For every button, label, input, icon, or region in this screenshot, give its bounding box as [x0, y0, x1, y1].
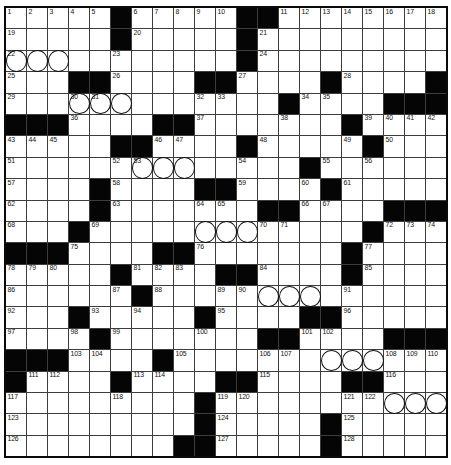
- cell[interactable]: [321, 265, 341, 285]
- cell[interactable]: [90, 243, 110, 263]
- cell[interactable]: [363, 307, 383, 327]
- cell[interactable]: [279, 393, 299, 413]
- cell[interactable]: 1: [6, 8, 26, 28]
- cell[interactable]: [363, 350, 383, 370]
- cell[interactable]: [153, 307, 173, 327]
- cell[interactable]: 90: [237, 286, 257, 306]
- cell[interactable]: 44: [27, 136, 47, 156]
- cell[interactable]: 117: [6, 393, 26, 413]
- cell[interactable]: 72: [384, 222, 404, 242]
- cell[interactable]: [90, 436, 110, 456]
- cell[interactable]: 85: [363, 265, 383, 285]
- cell[interactable]: 48: [258, 136, 278, 156]
- cell[interactable]: 94: [132, 307, 152, 327]
- cell[interactable]: 53: [132, 158, 152, 178]
- cell[interactable]: [27, 222, 47, 242]
- cell[interactable]: [216, 29, 236, 49]
- cell[interactable]: 119: [216, 393, 236, 413]
- cell[interactable]: 97: [6, 329, 26, 349]
- cell[interactable]: 43: [6, 136, 26, 156]
- cell[interactable]: [174, 414, 194, 434]
- cell[interactable]: [48, 29, 68, 49]
- cell[interactable]: [300, 393, 320, 413]
- cell[interactable]: 22: [6, 51, 26, 71]
- cell[interactable]: 123: [6, 414, 26, 434]
- cell[interactable]: [363, 179, 383, 199]
- cell[interactable]: [90, 51, 110, 71]
- cell[interactable]: [174, 222, 194, 242]
- cell[interactable]: [384, 72, 404, 92]
- cell[interactable]: 78: [6, 265, 26, 285]
- cell[interactable]: [48, 222, 68, 242]
- cell[interactable]: [363, 94, 383, 114]
- cell[interactable]: [342, 329, 362, 349]
- cell[interactable]: [384, 414, 404, 434]
- cell[interactable]: [216, 136, 236, 156]
- cell[interactable]: [195, 350, 215, 370]
- cell[interactable]: [321, 222, 341, 242]
- cell[interactable]: 8: [174, 8, 194, 28]
- cell[interactable]: [237, 201, 257, 221]
- cell[interactable]: 45: [48, 136, 68, 156]
- cell[interactable]: [426, 307, 446, 327]
- cell[interactable]: [405, 29, 425, 49]
- cell[interactable]: [48, 329, 68, 349]
- cell[interactable]: [90, 372, 110, 392]
- cell[interactable]: 64: [195, 201, 215, 221]
- cell[interactable]: 83: [174, 265, 194, 285]
- cell[interactable]: [111, 94, 131, 114]
- cell[interactable]: [300, 414, 320, 434]
- cell[interactable]: [174, 51, 194, 71]
- cell[interactable]: 46: [153, 136, 173, 156]
- cell[interactable]: [426, 158, 446, 178]
- cell[interactable]: [363, 286, 383, 306]
- cell[interactable]: [27, 72, 47, 92]
- cell[interactable]: 112: [48, 372, 68, 392]
- cell[interactable]: [153, 329, 173, 349]
- cell[interactable]: [153, 29, 173, 49]
- cell[interactable]: 40: [384, 115, 404, 135]
- cell[interactable]: [279, 72, 299, 92]
- cell[interactable]: [300, 372, 320, 392]
- cell[interactable]: [279, 136, 299, 156]
- cell[interactable]: [342, 350, 362, 370]
- cell[interactable]: [153, 72, 173, 92]
- cell[interactable]: [426, 414, 446, 434]
- cell[interactable]: 58: [111, 179, 131, 199]
- cell[interactable]: 95: [216, 307, 236, 327]
- cell[interactable]: [279, 265, 299, 285]
- cell[interactable]: [258, 115, 278, 135]
- cell[interactable]: [237, 94, 257, 114]
- cell[interactable]: 61: [342, 179, 362, 199]
- cell[interactable]: 7: [153, 8, 173, 28]
- cell[interactable]: [195, 372, 215, 392]
- cell[interactable]: [279, 286, 299, 306]
- cell[interactable]: 104: [90, 350, 110, 370]
- cell[interactable]: 88: [153, 286, 173, 306]
- cell[interactable]: 73: [405, 222, 425, 242]
- cell[interactable]: 81: [132, 265, 152, 285]
- cell[interactable]: 79: [27, 265, 47, 285]
- cell[interactable]: [321, 51, 341, 71]
- cell[interactable]: [195, 286, 215, 306]
- cell[interactable]: 65: [216, 201, 236, 221]
- cell[interactable]: [132, 414, 152, 434]
- cell[interactable]: [258, 414, 278, 434]
- cell[interactable]: 96: [342, 307, 362, 327]
- cell[interactable]: [90, 29, 110, 49]
- cell[interactable]: 82: [153, 265, 173, 285]
- cell[interactable]: 111: [27, 372, 47, 392]
- cell[interactable]: [258, 243, 278, 263]
- cell[interactable]: [111, 243, 131, 263]
- cell[interactable]: 62: [6, 201, 26, 221]
- cell[interactable]: [426, 243, 446, 263]
- cell[interactable]: 118: [111, 393, 131, 413]
- cell[interactable]: [195, 222, 215, 242]
- cell[interactable]: [384, 29, 404, 49]
- cell[interactable]: [174, 393, 194, 413]
- cell[interactable]: [258, 436, 278, 456]
- cell[interactable]: [279, 436, 299, 456]
- cell[interactable]: [69, 393, 89, 413]
- cell[interactable]: [405, 51, 425, 71]
- cell[interactable]: [258, 393, 278, 413]
- cell[interactable]: [216, 329, 236, 349]
- cell[interactable]: [237, 243, 257, 263]
- cell[interactable]: 35: [321, 94, 341, 114]
- cell[interactable]: [216, 115, 236, 135]
- cell[interactable]: [132, 222, 152, 242]
- cell[interactable]: [174, 158, 194, 178]
- cell[interactable]: [153, 51, 173, 71]
- cell[interactable]: [111, 222, 131, 242]
- cell[interactable]: 66: [300, 201, 320, 221]
- cell[interactable]: [342, 29, 362, 49]
- cell[interactable]: [216, 158, 236, 178]
- cell[interactable]: [363, 414, 383, 434]
- cell[interactable]: [48, 72, 68, 92]
- cell[interactable]: [258, 158, 278, 178]
- cell[interactable]: 67: [321, 201, 341, 221]
- cell[interactable]: [27, 51, 47, 71]
- cell[interactable]: 99: [111, 329, 131, 349]
- cell[interactable]: 128: [342, 436, 362, 456]
- cell[interactable]: [27, 179, 47, 199]
- cell[interactable]: 102: [321, 329, 341, 349]
- cell[interactable]: 16: [384, 8, 404, 28]
- cell[interactable]: 19: [6, 29, 26, 49]
- cell[interactable]: [27, 393, 47, 413]
- cell[interactable]: 38: [279, 115, 299, 135]
- cell[interactable]: [405, 243, 425, 263]
- cell[interactable]: 56: [363, 158, 383, 178]
- cell[interactable]: [132, 243, 152, 263]
- cell[interactable]: [48, 436, 68, 456]
- cell[interactable]: 14: [342, 8, 362, 28]
- cell[interactable]: [405, 179, 425, 199]
- cell[interactable]: 17: [405, 8, 425, 28]
- cell[interactable]: 26: [111, 72, 131, 92]
- cell[interactable]: [363, 72, 383, 92]
- cell[interactable]: 33: [216, 94, 236, 114]
- cell[interactable]: [405, 158, 425, 178]
- cell[interactable]: 68: [6, 222, 26, 242]
- cell[interactable]: 9: [195, 8, 215, 28]
- cell[interactable]: 74: [426, 222, 446, 242]
- cell[interactable]: [216, 51, 236, 71]
- cell[interactable]: 2: [27, 8, 47, 28]
- cell[interactable]: [90, 265, 110, 285]
- cell[interactable]: [300, 222, 320, 242]
- cell[interactable]: [384, 51, 404, 71]
- cell[interactable]: [48, 393, 68, 413]
- cell[interactable]: 55: [321, 158, 341, 178]
- cell[interactable]: [27, 94, 47, 114]
- cell[interactable]: [426, 286, 446, 306]
- cell[interactable]: 124: [216, 414, 236, 434]
- cell[interactable]: [195, 265, 215, 285]
- cell[interactable]: [153, 179, 173, 199]
- cell[interactable]: [174, 307, 194, 327]
- cell[interactable]: [90, 136, 110, 156]
- cell[interactable]: [195, 158, 215, 178]
- cell[interactable]: [363, 29, 383, 49]
- cell[interactable]: [90, 115, 110, 135]
- cell[interactable]: [48, 201, 68, 221]
- cell[interactable]: [69, 286, 89, 306]
- cell[interactable]: [132, 115, 152, 135]
- cell[interactable]: 63: [111, 201, 131, 221]
- cell[interactable]: 116: [384, 372, 404, 392]
- cell[interactable]: 13: [321, 8, 341, 28]
- cell[interactable]: [363, 436, 383, 456]
- cell[interactable]: 23: [111, 51, 131, 71]
- cell[interactable]: [48, 51, 68, 71]
- cell[interactable]: [48, 286, 68, 306]
- cell[interactable]: 91: [342, 286, 362, 306]
- cell[interactable]: [426, 136, 446, 156]
- cell[interactable]: 69: [90, 222, 110, 242]
- cell[interactable]: [237, 436, 257, 456]
- cell[interactable]: 47: [174, 136, 194, 156]
- cell[interactable]: [27, 414, 47, 434]
- cell[interactable]: [405, 72, 425, 92]
- cell[interactable]: [300, 115, 320, 135]
- cell[interactable]: [132, 179, 152, 199]
- cell[interactable]: [132, 329, 152, 349]
- cell[interactable]: [132, 436, 152, 456]
- cell[interactable]: [111, 436, 131, 456]
- cell[interactable]: [279, 414, 299, 434]
- cell[interactable]: [426, 51, 446, 71]
- cell[interactable]: 20: [132, 29, 152, 49]
- cell[interactable]: [216, 222, 236, 242]
- cell[interactable]: [279, 29, 299, 49]
- cell[interactable]: [279, 51, 299, 71]
- cell[interactable]: [195, 29, 215, 49]
- cell[interactable]: 110: [426, 350, 446, 370]
- cell[interactable]: [279, 243, 299, 263]
- cell[interactable]: [69, 51, 89, 71]
- cell[interactable]: 41: [405, 115, 425, 135]
- cell[interactable]: [174, 329, 194, 349]
- cell[interactable]: 24: [258, 51, 278, 71]
- cell[interactable]: 98: [69, 329, 89, 349]
- cell[interactable]: 105: [174, 350, 194, 370]
- cell[interactable]: [321, 136, 341, 156]
- cell[interactable]: 28: [342, 72, 362, 92]
- cell[interactable]: 103: [69, 350, 89, 370]
- cell[interactable]: [258, 179, 278, 199]
- cell[interactable]: [237, 329, 257, 349]
- cell[interactable]: [132, 201, 152, 221]
- cell[interactable]: [279, 307, 299, 327]
- cell[interactable]: 120: [237, 393, 257, 413]
- cell[interactable]: 39: [363, 115, 383, 135]
- cell[interactable]: [48, 158, 68, 178]
- cell[interactable]: 89: [216, 286, 236, 306]
- cell[interactable]: [48, 307, 68, 327]
- cell[interactable]: [405, 136, 425, 156]
- cell[interactable]: 108: [384, 350, 404, 370]
- cell[interactable]: [153, 158, 173, 178]
- cell[interactable]: [279, 158, 299, 178]
- cell[interactable]: 11: [279, 8, 299, 28]
- cell[interactable]: [363, 51, 383, 71]
- cell[interactable]: [321, 350, 341, 370]
- cell[interactable]: 4: [69, 8, 89, 28]
- cell[interactable]: [174, 201, 194, 221]
- cell[interactable]: 49: [342, 136, 362, 156]
- cell[interactable]: 30: [69, 94, 89, 114]
- cell[interactable]: 87: [111, 286, 131, 306]
- cell[interactable]: [69, 265, 89, 285]
- cell[interactable]: 126: [6, 436, 26, 456]
- cell[interactable]: [258, 94, 278, 114]
- cell[interactable]: 107: [279, 350, 299, 370]
- cell[interactable]: [153, 222, 173, 242]
- cell[interactable]: [132, 393, 152, 413]
- cell[interactable]: [300, 286, 320, 306]
- cell[interactable]: [300, 136, 320, 156]
- cell[interactable]: [111, 414, 131, 434]
- cell[interactable]: 84: [258, 265, 278, 285]
- cell[interactable]: 100: [195, 329, 215, 349]
- cell[interactable]: 71: [279, 222, 299, 242]
- cell[interactable]: [426, 265, 446, 285]
- cell[interactable]: [384, 393, 404, 413]
- cell[interactable]: [342, 51, 362, 71]
- cell[interactable]: [153, 393, 173, 413]
- cell[interactable]: 60: [300, 179, 320, 199]
- cell[interactable]: [174, 29, 194, 49]
- cell[interactable]: [342, 94, 362, 114]
- cell[interactable]: [321, 286, 341, 306]
- cell[interactable]: [426, 393, 446, 413]
- cell[interactable]: 59: [237, 179, 257, 199]
- cell[interactable]: 70: [258, 222, 278, 242]
- cell[interactable]: [132, 72, 152, 92]
- cell[interactable]: 37: [195, 115, 215, 135]
- cell[interactable]: 80: [48, 265, 68, 285]
- cell[interactable]: 15: [363, 8, 383, 28]
- cell[interactable]: [405, 307, 425, 327]
- cell[interactable]: [237, 307, 257, 327]
- cell[interactable]: [279, 372, 299, 392]
- cell[interactable]: [405, 372, 425, 392]
- cell[interactable]: [216, 350, 236, 370]
- cell[interactable]: 42: [426, 115, 446, 135]
- cell[interactable]: 75: [69, 243, 89, 263]
- cell[interactable]: [27, 201, 47, 221]
- cell[interactable]: [405, 286, 425, 306]
- cell[interactable]: [300, 350, 320, 370]
- cell[interactable]: 50: [384, 136, 404, 156]
- cell[interactable]: [300, 436, 320, 456]
- cell[interactable]: 106: [258, 350, 278, 370]
- cell[interactable]: [384, 243, 404, 263]
- cell[interactable]: [321, 243, 341, 263]
- cell[interactable]: 115: [258, 372, 278, 392]
- cell[interactable]: [132, 51, 152, 71]
- cell[interactable]: 21: [258, 29, 278, 49]
- cell[interactable]: [426, 372, 446, 392]
- cell[interactable]: [342, 222, 362, 242]
- cell[interactable]: 27: [237, 72, 257, 92]
- cell[interactable]: [90, 393, 110, 413]
- cell[interactable]: [363, 329, 383, 349]
- cell[interactable]: [384, 158, 404, 178]
- cell[interactable]: [174, 72, 194, 92]
- cell[interactable]: 125: [342, 414, 362, 434]
- cell[interactable]: [69, 372, 89, 392]
- cell[interactable]: [111, 307, 131, 327]
- cell[interactable]: 109: [405, 350, 425, 370]
- cell[interactable]: [426, 29, 446, 49]
- cell[interactable]: [153, 414, 173, 434]
- cell[interactable]: 51: [6, 158, 26, 178]
- cell[interactable]: [321, 115, 341, 135]
- cell[interactable]: [132, 94, 152, 114]
- cell[interactable]: 6: [132, 8, 152, 28]
- cell[interactable]: [27, 158, 47, 178]
- cell[interactable]: 114: [153, 372, 173, 392]
- cell[interactable]: [300, 51, 320, 71]
- cell[interactable]: [69, 414, 89, 434]
- cell[interactable]: [258, 307, 278, 327]
- cell[interactable]: [153, 94, 173, 114]
- cell[interactable]: [405, 265, 425, 285]
- cell[interactable]: [237, 115, 257, 135]
- cell[interactable]: [384, 179, 404, 199]
- cell[interactable]: [384, 436, 404, 456]
- cell[interactable]: [69, 179, 89, 199]
- cell[interactable]: 127: [216, 436, 236, 456]
- cell[interactable]: 36: [69, 115, 89, 135]
- cell[interactable]: [426, 179, 446, 199]
- cell[interactable]: [237, 222, 257, 242]
- cell[interactable]: 52: [111, 158, 131, 178]
- cell[interactable]: 92: [6, 307, 26, 327]
- cell[interactable]: [216, 243, 236, 263]
- cell[interactable]: [111, 115, 131, 135]
- cell[interactable]: [321, 393, 341, 413]
- cell[interactable]: [405, 414, 425, 434]
- cell[interactable]: 3: [48, 8, 68, 28]
